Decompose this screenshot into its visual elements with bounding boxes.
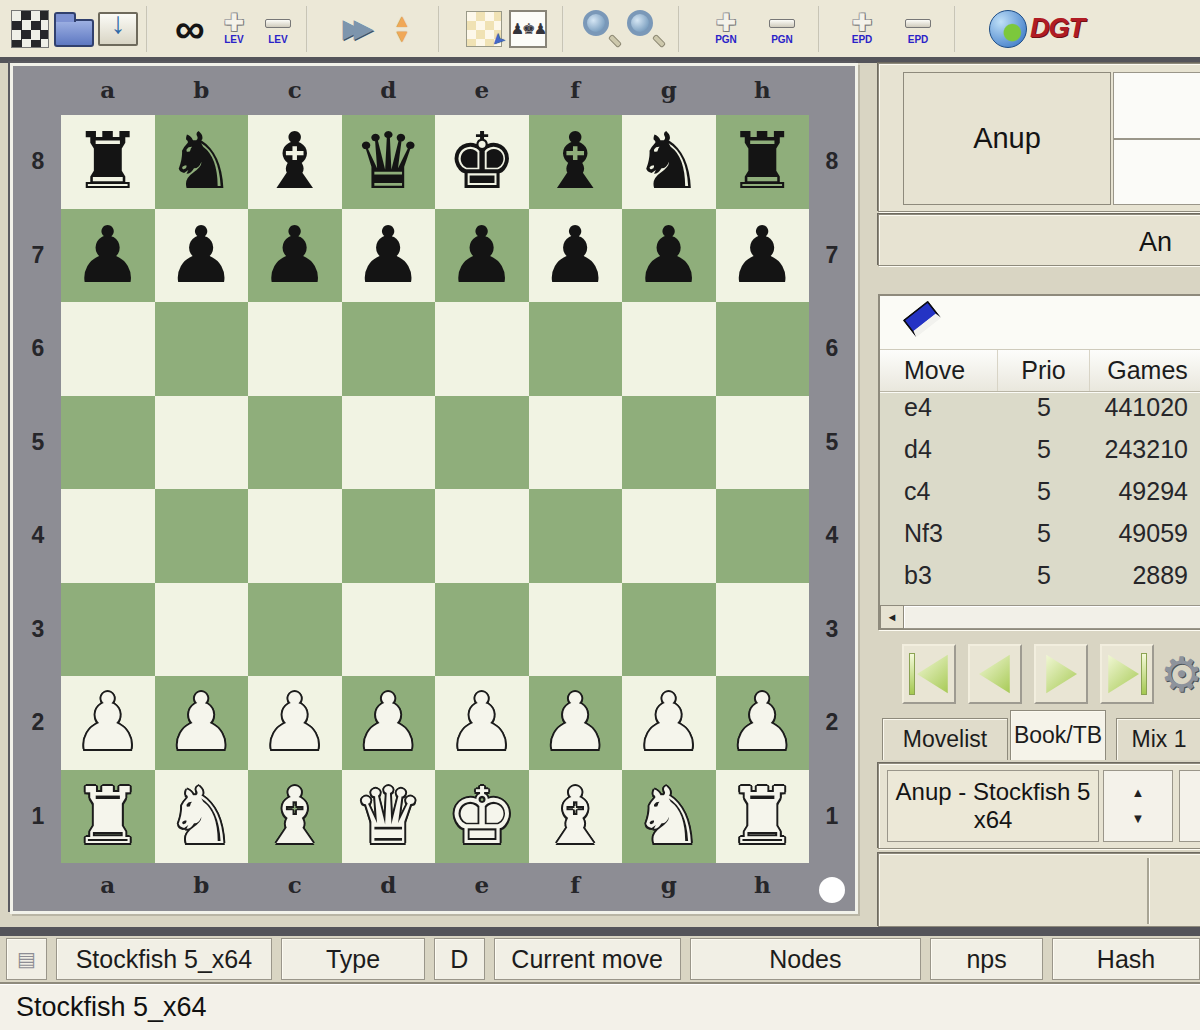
board-cursor-icon: ➤ — [466, 11, 502, 47]
engine-status-bar: ▤ Stockfish 5_x64TypeDCurrent moveNodesn… — [6, 938, 1200, 980]
engine-output-line[interactable]: Stockfish 5_x64 — [0, 982, 1200, 1030]
magnifier-icon — [583, 10, 621, 48]
status-segment-nps[interactable]: nps — [930, 938, 1043, 980]
file-label-a: a — [61, 76, 155, 110]
file-label-h: h — [716, 871, 810, 905]
plus-icon: ✚ — [716, 12, 736, 34]
square-b7[interactable]: ♟ — [155, 209, 249, 303]
square-c5[interactable] — [248, 396, 342, 490]
triangle-left-icon — [979, 653, 1011, 695]
file-label-a: a — [61, 871, 155, 905]
pgn-minus-button[interactable]: PGN — [760, 4, 804, 54]
square-b4[interactable] — [155, 489, 249, 583]
status-segment-type[interactable]: Type — [281, 938, 425, 980]
book-cell: e4 — [880, 393, 998, 435]
plus-icon: ✚ — [852, 12, 872, 34]
black-rook: ♜ — [727, 115, 797, 208]
panel-tabs: MovelistBook/TBMix 1 — [878, 710, 1200, 760]
epd-plus-button[interactable]: ✚EPD — [840, 4, 884, 54]
book-row-b3[interactable]: b352889 — [880, 561, 1200, 603]
file-label-f: f — [529, 76, 623, 110]
square-a1[interactable]: ♜ — [61, 770, 155, 864]
toolbar-separator — [562, 6, 564, 52]
square-f7[interactable]: ♟ — [529, 209, 623, 303]
file-label-b: b — [155, 76, 249, 110]
go-to-end-button[interactable] — [1100, 644, 1154, 704]
toolbar-separator — [678, 6, 680, 52]
selector-line1: Anup - Stockfish 5 — [896, 778, 1091, 806]
toolbar-separator — [438, 6, 440, 52]
epd-minus-button[interactable]: EPD — [896, 4, 940, 54]
square-b3[interactable] — [155, 583, 249, 677]
dgt-board-button[interactable]: DGT — [1030, 4, 1084, 54]
tab-mix-1[interactable]: Mix 1 — [1116, 718, 1200, 760]
square-a8[interactable]: ♜ — [61, 115, 155, 209]
white-king: ♚ — [447, 770, 517, 863]
minus-icon — [905, 19, 931, 28]
square-e5[interactable] — [435, 396, 529, 490]
square-a4[interactable] — [61, 489, 155, 583]
clock-display-bottom — [1113, 139, 1200, 205]
black-pawn: ♟ — [447, 209, 517, 302]
square-b6[interactable] — [155, 302, 249, 396]
toolbar-separator — [954, 6, 956, 52]
status-segment-hash[interactable]: Hash — [1052, 938, 1200, 980]
square-g3[interactable] — [622, 583, 716, 677]
selector-side-box — [1179, 770, 1200, 842]
file-label-g: g — [622, 76, 716, 110]
player-name-box[interactable]: Anup — [903, 72, 1111, 205]
book-cell: 5 — [998, 435, 1090, 477]
rank-label-4: 4 — [23, 489, 53, 583]
square-a7[interactable]: ♟ — [61, 209, 155, 303]
new-game-button[interactable] — [8, 4, 52, 54]
engine-icon: ▤ — [17, 947, 36, 971]
square-d2[interactable]: ♟ — [342, 676, 436, 770]
scrollbar-thumb[interactable] — [904, 605, 1200, 629]
file-label-b: b — [155, 871, 249, 905]
zoom-in-button[interactable] — [624, 4, 668, 54]
square-h5[interactable] — [716, 396, 810, 490]
black-pawn: ♟ — [634, 209, 704, 302]
epd-plus-label: EPD — [852, 35, 873, 45]
square-d7[interactable]: ♟ — [342, 209, 436, 303]
rank-label-6: 6 — [817, 302, 847, 396]
square-h1[interactable]: ♜ — [716, 770, 810, 864]
square-g7[interactable]: ♟ — [622, 209, 716, 303]
lev-minus-label: LEV — [268, 35, 287, 45]
square-e6[interactable] — [435, 302, 529, 396]
rank-label-8: 8 — [817, 115, 847, 209]
white-pawn: ♟ — [540, 676, 610, 769]
book-cell: b3 — [880, 561, 998, 603]
book-cell: 5 — [998, 561, 1090, 603]
infinite-analysis-button[interactable]: ∞ — [168, 4, 212, 54]
rank-label-6: 6 — [23, 302, 53, 396]
rank-label-3: 3 — [817, 583, 847, 677]
pgn-minus-label: PGN — [771, 35, 793, 45]
book-cell: Nf3 — [880, 519, 998, 561]
rank-label-5: 5 — [23, 396, 53, 490]
file-labels-bottom: abcdefgh — [61, 871, 809, 905]
info-box-divider — [1147, 858, 1149, 924]
square-d5[interactable] — [342, 396, 436, 490]
opening-book-panel: MovePrioGames e45441020d45243210c4549294… — [878, 294, 1200, 630]
player-name: Anup — [973, 122, 1041, 155]
square-a3[interactable] — [61, 583, 155, 677]
spinner-up-icon[interactable]: ▲ — [1132, 787, 1145, 799]
minus-icon — [769, 19, 795, 28]
magnifier-icon — [627, 10, 665, 48]
square-h8[interactable]: ♜ — [716, 115, 810, 209]
rank-label-4: 4 — [817, 489, 847, 583]
book-cell: 5 — [998, 393, 1090, 435]
square-e2[interactable]: ♟ — [435, 676, 529, 770]
toolbar-separator — [818, 6, 820, 52]
file-label-e: e — [435, 76, 529, 110]
file-label-g: g — [622, 871, 716, 905]
square-b2[interactable]: ♟ — [155, 676, 249, 770]
file-label-d: d — [342, 871, 436, 905]
white-knight: ♞ — [634, 770, 704, 863]
rank-label-2: 2 — [817, 676, 847, 770]
square-f1[interactable]: ♝ — [529, 770, 623, 864]
square-d1[interactable]: ♛ — [342, 770, 436, 864]
white-to-move-indicator — [819, 877, 845, 903]
book-rows: e45441020d45243210c4549294Nf3549059b3528… — [880, 393, 1200, 605]
book-column-header-move[interactable]: Move — [880, 350, 998, 391]
white-pawn: ♟ — [166, 676, 236, 769]
book-cell: 49294 — [1090, 477, 1200, 519]
book-cell: 5 — [998, 477, 1090, 519]
square-e4[interactable] — [435, 489, 529, 583]
game-name-strip: An — [878, 214, 1200, 266]
save-icon: ↓ — [98, 12, 138, 46]
book-row-Nf3[interactable]: Nf3549059 — [880, 519, 1200, 561]
infinity-icon: ∞ — [175, 9, 205, 49]
rank-label-3: 3 — [23, 583, 53, 677]
black-pawn: ♟ — [727, 209, 797, 302]
white-pawn: ♟ — [447, 676, 517, 769]
game-selector: Anup - Stockfish 5 x64 ▲ ▼ — [878, 763, 1200, 849]
pgn-plus-label: PGN — [715, 35, 737, 45]
book-cell: c4 — [880, 477, 998, 519]
square-d8[interactable]: ♛ — [342, 115, 436, 209]
square-g2[interactable]: ♟ — [622, 676, 716, 770]
game-selector-label[interactable]: Anup - Stockfish 5 x64 — [887, 770, 1099, 842]
square-g1[interactable]: ♞ — [622, 770, 716, 864]
rank-labels-right: 87654321 — [817, 115, 847, 863]
book-cell: 49059 — [1090, 519, 1200, 561]
down-arrow-icon: ↓ — [111, 8, 126, 38]
black-queen: ♛ — [353, 115, 423, 208]
square-c7[interactable]: ♟ — [248, 209, 342, 303]
file-label-c: c — [248, 76, 342, 110]
black-pawn: ♟ — [166, 209, 236, 302]
status-segment-current-move[interactable]: Current move — [494, 938, 681, 980]
toolbar: ↓ ∞ ✚LEV LEV ▶▶ ▲▼ ➤ ♟♚♟ ✚PGN PGN ✚EPD E… — [0, 0, 1200, 57]
toolbar-separator — [146, 6, 148, 52]
square-g4[interactable] — [622, 489, 716, 583]
triangle-right-icon — [1107, 653, 1139, 695]
folder-icon — [54, 19, 94, 47]
square-h2[interactable]: ♟ — [716, 676, 810, 770]
bar-icon — [1141, 653, 1147, 695]
rank-labels-left: 87654321 — [23, 115, 53, 863]
pgn-plus-button[interactable]: ✚PGN — [704, 4, 748, 54]
square-h3[interactable] — [716, 583, 810, 677]
black-rook: ♜ — [73, 115, 143, 208]
minus-icon — [265, 19, 291, 28]
square-f6[interactable] — [529, 302, 623, 396]
black-bishop: ♝ — [540, 115, 610, 208]
book-cell: 5 — [998, 519, 1090, 561]
save-button[interactable]: ↓ — [96, 4, 140, 54]
square-e7[interactable]: ♟ — [435, 209, 529, 303]
back-button[interactable] — [968, 644, 1022, 704]
clock-display-top — [1113, 72, 1200, 139]
go-to-start-button[interactable] — [902, 644, 956, 704]
square-c8[interactable]: ♝ — [248, 115, 342, 209]
board-squares: ♜♞♝♛♚♝♞♜♟♟♟♟♟♟♟♟♟♟♟♟♟♟♟♟♜♞♝♛♚♝♞♜ — [61, 115, 809, 863]
selector-line2: x64 — [974, 806, 1013, 834]
white-rook: ♜ — [727, 770, 797, 863]
chessboard-icon — [11, 10, 49, 48]
square-f3[interactable] — [529, 583, 623, 677]
file-label-h: h — [716, 76, 810, 110]
rank-label-5: 5 — [817, 396, 847, 490]
zoom-out-button[interactable] — [580, 4, 624, 54]
dgt-logo: DGT — [1030, 13, 1084, 44]
tab-movelist[interactable]: Movelist — [882, 718, 1008, 760]
square-c4[interactable] — [248, 489, 342, 583]
book-horizontal-scrollbar[interactable]: ◄ — [880, 605, 1200, 629]
square-g8[interactable]: ♞ — [622, 115, 716, 209]
rank-label-2: 2 — [23, 676, 53, 770]
triangle-left-icon — [917, 653, 949, 695]
globe-icon — [989, 10, 1027, 48]
white-pawn: ♟ — [727, 676, 797, 769]
white-pawn: ♟ — [634, 676, 704, 769]
book-column-header-games[interactable]: Games — [1090, 350, 1200, 391]
white-queen: ♛ — [353, 770, 423, 863]
black-pawn: ♟ — [260, 209, 330, 302]
square-g5[interactable] — [622, 396, 716, 490]
fast-forward-icon: ▶▶ — [343, 13, 374, 44]
square-g6[interactable] — [622, 302, 716, 396]
book-cell: 243210 — [1090, 435, 1200, 477]
white-knight: ♞ — [166, 770, 236, 863]
book-cell: 441020 — [1090, 393, 1200, 435]
book-table-header[interactable]: MovePrioGames — [880, 350, 1200, 392]
square-d4[interactable] — [342, 489, 436, 583]
file-label-c: c — [248, 871, 342, 905]
file-label-f: f — [529, 871, 623, 905]
square-a2[interactable]: ♟ — [61, 676, 155, 770]
book-toolbar — [880, 296, 1200, 350]
players-clock-panel: Anup — [878, 63, 1200, 212]
level-minus-button[interactable]: LEV — [256, 4, 300, 54]
black-bishop: ♝ — [260, 115, 330, 208]
square-f2[interactable]: ♟ — [529, 676, 623, 770]
white-rook: ♜ — [73, 770, 143, 863]
book-cell: d4 — [880, 435, 998, 477]
square-d3[interactable] — [342, 583, 436, 677]
level-plus-button[interactable]: ✚LEV — [212, 4, 256, 54]
square-d6[interactable] — [342, 302, 436, 396]
file-label-d: d — [342, 76, 436, 110]
black-pawn: ♟ — [353, 209, 423, 302]
square-a6[interactable] — [61, 302, 155, 396]
game-name-text: An — [1139, 227, 1172, 258]
gear-icon[interactable]: ⚙ — [1160, 648, 1200, 700]
forward-button[interactable] — [1034, 644, 1088, 704]
file-label-e: e — [435, 871, 529, 905]
rank-label-1: 1 — [817, 770, 847, 864]
rank-label-1: 1 — [23, 770, 53, 864]
square-b5[interactable] — [155, 396, 249, 490]
square-h6[interactable] — [716, 302, 810, 396]
rank-label-8: 8 — [23, 115, 53, 209]
square-e8[interactable]: ♚ — [435, 115, 529, 209]
square-e1[interactable]: ♚ — [435, 770, 529, 864]
game-selector-spinner[interactable]: ▲ ▼ — [1103, 770, 1173, 842]
white-pawn: ♟ — [73, 676, 143, 769]
rank-label-7: 7 — [23, 209, 53, 303]
plus-icon: ✚ — [224, 12, 244, 34]
bar-icon — [909, 653, 915, 695]
spinner-down-icon[interactable]: ▼ — [1132, 813, 1145, 825]
lev-plus-label: LEV — [224, 35, 243, 45]
triangle-right-icon — [1045, 653, 1077, 695]
book-row-d4[interactable]: d45243210 — [880, 435, 1200, 477]
status-segment-nodes[interactable]: Nodes — [690, 938, 922, 980]
book-cell: 2889 — [1090, 561, 1200, 603]
square-b8[interactable]: ♞ — [155, 115, 249, 209]
white-pawn: ♟ — [353, 676, 423, 769]
pieces-dialog-button[interactable]: ♟♚♟ — [506, 4, 550, 54]
status-segment-d[interactable]: D — [434, 938, 485, 980]
black-pawn: ♟ — [540, 209, 610, 302]
toolbar-separator — [306, 6, 308, 52]
square-f8[interactable]: ♝ — [529, 115, 623, 209]
chess-board-panel: abcdefgh 87654321 ♜♞♝♛♚♝♞♜♟♟♟♟♟♟♟♟♟♟♟♟♟♟… — [10, 63, 858, 914]
white-bishop: ♝ — [540, 770, 610, 863]
book-row-e4[interactable]: e45441020 — [880, 393, 1200, 435]
square-f5[interactable] — [529, 396, 623, 490]
online-button[interactable] — [986, 4, 1030, 54]
statusbar-divider — [0, 927, 1200, 936]
black-pawn: ♟ — [73, 209, 143, 302]
rank-label-7: 7 — [817, 209, 847, 303]
square-a5[interactable] — [61, 396, 155, 490]
epd-minus-label: EPD — [908, 35, 929, 45]
up-down-arrow-icon: ▲▼ — [393, 14, 411, 44]
move-now-button[interactable]: ▲▼ — [380, 4, 424, 54]
navigation-buttons: ⚙ — [878, 638, 1200, 710]
info-box — [878, 853, 1200, 927]
file-labels-top: abcdefgh — [61, 76, 809, 110]
square-c1[interactable]: ♝ — [248, 770, 342, 864]
black-king: ♚ — [447, 115, 517, 208]
black-knight: ♞ — [166, 115, 236, 208]
setup-position-button[interactable]: ➤ — [462, 4, 506, 54]
square-h4[interactable] — [716, 489, 810, 583]
tab-book-tb[interactable]: Book/TB — [1010, 710, 1106, 760]
square-b1[interactable]: ♞ — [155, 770, 249, 864]
book-column-header-prio[interactable]: Prio — [998, 350, 1090, 391]
black-knight: ♞ — [634, 115, 704, 208]
square-c6[interactable] — [248, 302, 342, 396]
engine-icon-button[interactable]: ▤ — [6, 938, 47, 980]
square-h7[interactable]: ♟ — [716, 209, 810, 303]
square-f4[interactable] — [529, 489, 623, 583]
engine-output-text: Stockfish 5_x64 — [16, 992, 207, 1023]
chess-pieces-icon: ♟♚♟ — [509, 10, 547, 48]
scroll-left-button[interactable]: ◄ — [880, 605, 904, 629]
square-c2[interactable]: ♟ — [248, 676, 342, 770]
white-bishop: ♝ — [260, 770, 330, 863]
status-segment-stockfish-5-x64[interactable]: Stockfish 5_x64 — [56, 938, 272, 980]
open-button[interactable] — [52, 4, 96, 54]
white-pawn: ♟ — [260, 676, 330, 769]
square-e3[interactable] — [435, 583, 529, 677]
book-row-c4[interactable]: c4549294 — [880, 477, 1200, 519]
square-c3[interactable] — [248, 583, 342, 677]
demo-mode-button[interactable]: ▶▶ — [336, 4, 380, 54]
book-icon[interactable] — [903, 300, 942, 337]
